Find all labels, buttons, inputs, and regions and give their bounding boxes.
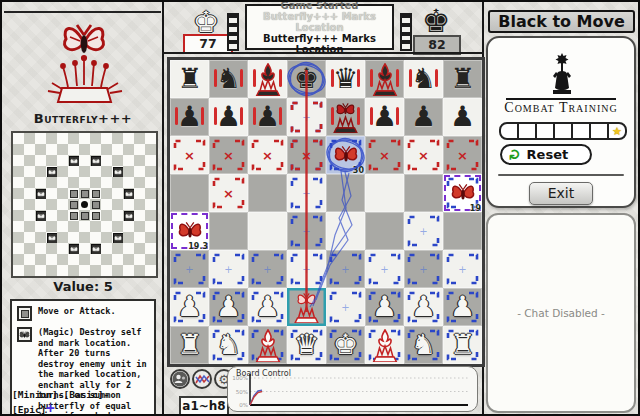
pattern-cell	[13, 265, 24, 276]
pattern-cell	[123, 221, 134, 232]
piece-black-queen: ♛	[326, 60, 365, 98]
pattern-cell	[68, 254, 79, 265]
pattern-cell	[145, 144, 156, 155]
piece-black-pawn: ♟	[404, 98, 443, 136]
pattern-cell	[123, 166, 134, 177]
pattern-cell	[134, 199, 145, 210]
pattern-cell	[90, 221, 101, 232]
pattern-cell	[35, 265, 46, 276]
board-control-panel: Board Control 100%50%0%	[227, 366, 478, 412]
turn-banner: Black to Move	[488, 10, 635, 33]
piece-black-pawn: ♟	[248, 98, 287, 136]
pattern-cell	[57, 243, 68, 254]
mark-location-marker	[113, 167, 124, 178]
pattern-cell	[46, 221, 57, 232]
piece-white-pawn: ♟	[248, 288, 287, 326]
progress-segment	[591, 124, 609, 138]
square-e6[interactable]: 30	[326, 136, 365, 174]
mark-countdown: 19	[470, 204, 481, 213]
pattern-cell	[68, 221, 79, 232]
piece-white-flame-bishop	[365, 326, 404, 364]
black-energy-meter	[400, 13, 412, 51]
square-e8[interactable]: ♛	[326, 60, 365, 98]
pattern-cell	[24, 166, 35, 177]
white-clock: 77	[183, 34, 233, 54]
square-e7[interactable]	[326, 98, 365, 136]
square-c7[interactable]: ♟	[248, 98, 287, 136]
pattern-cell	[46, 243, 57, 254]
square-a2[interactable]: ♟	[170, 288, 209, 326]
progress-segment	[501, 124, 519, 138]
pattern-cell	[68, 210, 79, 221]
game-log: Game Started Butterfly+++ Marks Location…	[245, 4, 394, 50]
graph-button[interactable]	[192, 369, 212, 389]
pattern-cell	[68, 199, 79, 210]
square-d8[interactable]: ♚	[287, 60, 326, 98]
pattern-cell	[134, 221, 145, 232]
move-square-icon	[17, 306, 32, 321]
pattern-cell	[57, 133, 68, 144]
pattern-cell	[134, 166, 145, 177]
piece-black-flame-bishop	[248, 60, 287, 98]
pattern-cell	[68, 133, 79, 144]
pattern-cell	[79, 221, 90, 232]
square-f1[interactable]	[365, 326, 404, 364]
square-d1[interactable]: ♛	[287, 326, 326, 364]
pattern-cell	[145, 199, 156, 210]
piece-white-pawn: ♟	[443, 288, 482, 326]
pattern-cell	[46, 133, 57, 144]
pattern-cell	[13, 254, 24, 265]
square-g6[interactable]: ×	[404, 136, 443, 174]
pattern-cell	[13, 188, 24, 199]
square-e1[interactable]: ♚	[326, 326, 365, 364]
pattern-cell	[123, 199, 134, 210]
pattern-cell	[68, 243, 79, 254]
pattern-cell	[24, 144, 35, 155]
pattern-cell	[145, 188, 156, 199]
butterfly-crown-logo-icon	[32, 17, 136, 113]
pattern-cell	[46, 177, 57, 188]
pattern-cell	[68, 144, 79, 155]
pattern-cell	[145, 232, 156, 243]
pattern-cell	[101, 265, 112, 276]
square-d7[interactable]: +	[287, 98, 326, 136]
exit-button[interactable]: Exit	[529, 182, 593, 205]
piece-white-rook: ♜	[443, 326, 482, 364]
pattern-cell	[13, 243, 24, 254]
pattern-cell	[46, 199, 57, 210]
legend-move-text: Move or Attack.	[38, 306, 116, 321]
square-h2[interactable]: ♟	[443, 288, 482, 326]
piece-white-pawn: ♟	[170, 288, 209, 326]
mark-location-marker	[91, 244, 102, 255]
pattern-cell	[13, 133, 24, 144]
square-b1[interactable]: ♞	[209, 326, 248, 364]
pattern-cell	[13, 144, 24, 155]
pattern-cell	[68, 232, 79, 243]
pattern-cell	[24, 155, 35, 166]
pattern-cell	[68, 177, 79, 188]
pattern-cell	[35, 177, 46, 188]
mark-location-marker	[36, 189, 47, 200]
progress-segment	[555, 124, 573, 138]
pattern-cell	[123, 254, 134, 265]
square-c1[interactable]	[248, 326, 287, 364]
pattern-cell	[24, 221, 35, 232]
piece-black-pawn: ♟	[170, 98, 209, 136]
pattern-cell	[101, 232, 112, 243]
pattern-cell	[57, 199, 68, 210]
pattern-cell	[145, 155, 156, 166]
mark-countdown: 19.3	[188, 242, 208, 251]
square-c8[interactable]	[248, 60, 287, 98]
pattern-cell	[35, 210, 46, 221]
square-a8[interactable]: ♜	[170, 60, 209, 98]
pattern-cell	[90, 166, 101, 177]
pattern-cell	[68, 166, 79, 177]
piece-white-queen: ♛	[287, 326, 326, 364]
pattern-cell	[46, 210, 57, 221]
square-b3[interactable]: +	[209, 250, 248, 288]
mark-location-marker	[124, 211, 135, 222]
square-b4[interactable]	[209, 212, 248, 250]
pattern-cell	[79, 254, 90, 265]
square-f6[interactable]: ×	[365, 136, 404, 174]
piece-white-butterfly	[287, 288, 326, 326]
pattern-cell	[57, 177, 68, 188]
pattern-cell	[68, 188, 79, 199]
piece-white-king: ♚	[326, 326, 365, 364]
square-g3[interactable]: +	[404, 250, 443, 288]
pattern-cell	[79, 188, 90, 199]
pattern-cell	[13, 166, 24, 177]
square-g5[interactable]	[404, 174, 443, 212]
piece-black-pawn: ♟	[209, 98, 248, 136]
square-d5[interactable]: +	[287, 174, 326, 212]
pattern-cell	[90, 155, 101, 166]
pattern-cell	[57, 144, 68, 155]
pattern-cell	[24, 254, 35, 265]
svg-text:100%: 100%	[232, 375, 248, 381]
move-attack-marker	[92, 212, 100, 220]
move-pattern-diagram	[11, 131, 158, 278]
pattern-cell	[101, 254, 112, 265]
pattern-cell	[101, 221, 112, 232]
square-b5[interactable]: ×	[209, 174, 248, 212]
square-h5[interactable]: 19	[443, 174, 482, 212]
pattern-cell	[123, 155, 134, 166]
pattern-cell	[145, 254, 156, 265]
mark-location-marker	[91, 156, 102, 167]
divider	[498, 174, 624, 176]
square-e5[interactable]	[326, 174, 365, 212]
pattern-cell	[24, 133, 35, 144]
pattern-cell	[13, 199, 24, 210]
pattern-cell	[79, 166, 90, 177]
pattern-cell	[134, 144, 145, 155]
pattern-cell	[134, 210, 145, 221]
piece-black-butterfly	[326, 98, 365, 136]
ability-description-box: Move or Attack. (Magic) Destroy self and…	[10, 299, 156, 416]
square-g1[interactable]: ♞	[404, 326, 443, 364]
square-e4[interactable]	[326, 212, 365, 250]
pattern-cell	[90, 177, 101, 188]
pattern-cell	[134, 155, 145, 166]
chess-board: ♜♞ ♚♛ ♞♜♟♟♟ + ♟♟♟ × × × +	[167, 57, 485, 367]
pattern-cell	[134, 232, 145, 243]
pattern-cell	[112, 144, 123, 155]
pattern-cell	[46, 265, 57, 276]
square-f3[interactable]: +	[365, 250, 404, 288]
pattern-cell	[90, 133, 101, 144]
square-a7[interactable]: ♟	[170, 98, 209, 136]
graph-lines-icon	[195, 373, 210, 386]
pattern-cell	[13, 210, 24, 221]
mark-location-marker	[124, 189, 135, 200]
pattern-cell	[79, 232, 90, 243]
log-entry: Game Started	[247, 0, 392, 11]
pattern-cell	[112, 133, 123, 144]
pattern-cell	[79, 199, 90, 210]
pattern-cell	[90, 210, 101, 221]
pattern-cell	[145, 243, 156, 254]
pattern-cell	[112, 177, 123, 188]
pattern-cell	[101, 155, 112, 166]
pattern-cell	[24, 177, 35, 188]
move-attack-marker	[81, 212, 89, 220]
square-b2[interactable]: ♟	[209, 288, 248, 326]
svg-text:50%: 50%	[236, 389, 248, 395]
chat-panel: - Chat Disabled -	[486, 213, 636, 413]
pattern-cell	[35, 166, 46, 177]
square-a4[interactable]: 19.3	[170, 212, 209, 250]
mark-location-marker	[69, 244, 80, 255]
divider	[162, 52, 484, 54]
square-g2[interactable]: ♟	[404, 288, 443, 326]
star-icon: ★	[612, 126, 622, 137]
pattern-cell	[112, 199, 123, 210]
pattern-cell	[123, 177, 134, 188]
pattern-cell	[101, 144, 112, 155]
pattern-cell	[57, 188, 68, 199]
tier-plus-icon: +	[46, 400, 54, 416]
pattern-cell	[24, 243, 35, 254]
pattern-cell	[134, 265, 145, 276]
piece-value: Value: 5	[4, 279, 162, 294]
square-e3[interactable]: +	[326, 250, 365, 288]
square-g8[interactable]: ♞	[404, 60, 443, 98]
pattern-cell	[145, 133, 156, 144]
piece-black-rook: ♜	[443, 60, 482, 98]
piece-black-rook: ♜	[170, 60, 209, 98]
pattern-cell	[79, 210, 90, 221]
square-b6[interactable]: ×	[209, 136, 248, 174]
square-f7[interactable]: ♟	[365, 98, 404, 136]
pattern-cell	[123, 188, 134, 199]
pattern-cell	[35, 133, 46, 144]
square-g7[interactable]: ♟	[404, 98, 443, 136]
pattern-cell	[79, 177, 90, 188]
move-attack-marker	[70, 201, 78, 209]
square-h8[interactable]: ♜	[443, 60, 482, 98]
pattern-cell	[57, 210, 68, 221]
players-button[interactable]	[170, 369, 190, 389]
pattern-cell	[101, 243, 112, 254]
divider	[162, 2, 164, 414]
pattern-cell	[134, 177, 145, 188]
piece-white-rook: ♜	[170, 326, 209, 364]
pattern-cell	[24, 188, 35, 199]
square-f2[interactable]: ♟	[365, 288, 404, 326]
pattern-cell	[13, 155, 24, 166]
pattern-cell	[123, 265, 134, 276]
move-attack-marker	[70, 212, 78, 220]
piece-info-card: Butterfly+++	[4, 11, 161, 414]
square-c5[interactable]	[248, 174, 287, 212]
square-f5[interactable]	[365, 174, 404, 212]
pattern-cell	[112, 221, 123, 232]
pattern-cell	[35, 144, 46, 155]
pattern-cell	[68, 155, 79, 166]
pattern-cell	[101, 199, 112, 210]
pattern-cell	[112, 188, 123, 199]
square-d6[interactable]: + ×	[287, 136, 326, 174]
mode-title: Combat Training	[488, 100, 634, 116]
pattern-cell	[112, 166, 123, 177]
square-c4[interactable]	[248, 212, 287, 250]
square-g4[interactable]: +	[404, 212, 443, 250]
square-c6[interactable]: ×	[248, 136, 287, 174]
square-h7[interactable]: ♟	[443, 98, 482, 136]
square-a1[interactable]: ♜	[170, 326, 209, 364]
pattern-cell	[123, 232, 134, 243]
square-e2[interactable]: +	[326, 288, 365, 326]
square-c3[interactable]: +	[248, 250, 287, 288]
pattern-cell	[46, 254, 57, 265]
pattern-cell	[112, 232, 123, 243]
square-c2[interactable]: ♟	[248, 288, 287, 326]
pattern-cell	[90, 243, 101, 254]
progress-segment	[537, 124, 555, 138]
butterfly-icon	[17, 327, 32, 342]
square-h6[interactable]: ×	[443, 136, 482, 174]
piece-white-flame-bishop	[248, 326, 287, 364]
piece-white-pawn: ♟	[209, 288, 248, 326]
pattern-cell	[13, 177, 24, 188]
statue-icon	[544, 52, 580, 100]
mark-location-marker	[113, 233, 124, 244]
pattern-cell	[46, 232, 57, 243]
square-h1[interactable]: ♜	[443, 326, 482, 364]
square-a6[interactable]: ×	[170, 136, 209, 174]
pattern-cell	[24, 199, 35, 210]
legend-row-move: Move or Attack.	[17, 306, 150, 321]
progress-segment	[573, 124, 591, 138]
square-a5[interactable]	[170, 174, 209, 212]
square-b8[interactable]: ♞	[209, 60, 248, 98]
pattern-cell	[112, 265, 123, 276]
piece-black-knight: ♞	[209, 60, 248, 98]
pattern-cell	[134, 243, 145, 254]
pattern-cell	[68, 265, 79, 276]
pattern-cell	[79, 243, 90, 254]
training-progress-bar: ★	[499, 122, 627, 140]
pattern-cell	[13, 232, 24, 243]
reset-label: Reset	[527, 147, 569, 162]
piece-black-knight: ♞	[404, 60, 443, 98]
card-title: Butterfly+++	[4, 111, 162, 126]
pattern-cell	[57, 265, 68, 276]
pattern-cell	[79, 155, 90, 166]
square-f4[interactable]	[365, 212, 404, 250]
pattern-cell	[46, 166, 57, 177]
square-d4[interactable]: +	[287, 212, 326, 250]
pattern-cell	[35, 155, 46, 166]
svg-text:0%: 0%	[239, 402, 248, 408]
reset-button[interactable]: ↻ Reset	[500, 144, 592, 165]
move-attack-marker	[81, 190, 89, 198]
piece-black-flame-bishop	[365, 60, 404, 98]
move-attack-marker	[70, 190, 78, 198]
piece-white-pawn: ♟	[404, 288, 443, 326]
pattern-cell	[101, 188, 112, 199]
pattern-cell	[123, 144, 134, 155]
combat-training-panel: Combat Training ★ ↻ Reset Exit	[486, 36, 636, 208]
tier-line: [Minion]-[Basic]-[Epic]+	[12, 389, 148, 416]
square-f8[interactable]	[365, 60, 404, 98]
pattern-cell	[35, 254, 46, 265]
pattern-cell	[145, 166, 156, 177]
pattern-cell	[101, 210, 112, 221]
piece-origin-dot	[81, 201, 88, 208]
piece-black-pawn: ♟	[443, 98, 482, 136]
mark-location-marker	[36, 211, 47, 222]
pattern-cell	[24, 265, 35, 276]
pattern-cell	[134, 254, 145, 265]
pattern-cell	[101, 166, 112, 177]
piece-black-pawn: ♟	[365, 98, 404, 136]
white-energy-meter	[227, 13, 239, 51]
square-h3[interactable]: +	[443, 250, 482, 288]
square-d3[interactable]: +	[287, 250, 326, 288]
pattern-cell	[35, 232, 46, 243]
piece-black-king: ♚	[287, 60, 326, 98]
pattern-cell	[90, 199, 101, 210]
square-b7[interactable]: ♟	[209, 98, 248, 136]
square-h4[interactable]	[443, 212, 482, 250]
pattern-cell	[134, 188, 145, 199]
pattern-cell	[57, 166, 68, 177]
pattern-cell	[123, 210, 134, 221]
piece-white-knight: ♞	[404, 326, 443, 364]
coordinates-label: a1~h8	[179, 396, 229, 416]
pattern-cell	[90, 144, 101, 155]
pattern-cell	[90, 254, 101, 265]
pattern-cell	[57, 155, 68, 166]
pattern-cell	[46, 144, 57, 155]
pattern-cell	[112, 254, 123, 265]
pattern-cell	[35, 188, 46, 199]
pattern-cell	[90, 188, 101, 199]
pattern-cell	[46, 155, 57, 166]
mark-location-marker	[69, 156, 80, 167]
pattern-cell	[35, 221, 46, 232]
square-d2[interactable]	[287, 288, 326, 326]
square-a3[interactable]: +	[170, 250, 209, 288]
pattern-cell	[57, 254, 68, 265]
pattern-cell	[24, 210, 35, 221]
